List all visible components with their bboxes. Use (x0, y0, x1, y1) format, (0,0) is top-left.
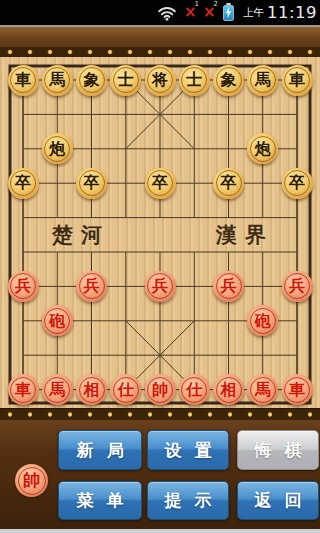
piece-char: 象 (221, 72, 237, 88)
piece-red-soldier[interactable]: 兵 (76, 271, 107, 302)
piece-char: 馬 (255, 72, 271, 88)
piece-char: 卒 (221, 175, 237, 191)
piece-black-soldier[interactable]: 卒 (282, 168, 313, 199)
piece-red-advisor[interactable]: 仕 (110, 374, 141, 405)
piece-black-chariot[interactable]: 車 (8, 65, 39, 96)
piece-char: 車 (15, 382, 31, 398)
piece-red-horse[interactable]: 馬 (247, 374, 278, 405)
piece-black-advisor[interactable]: 士 (110, 65, 141, 96)
piece-char: 兵 (289, 278, 305, 294)
piece-char: 車 (289, 72, 305, 88)
piece-red-cannon[interactable]: 砲 (42, 305, 73, 336)
app-screen: × 1 × 2 上午 11:19 楚河 漢界 車馬象士将士象馬車炮炮卒卒卒卒卒兵… (0, 0, 320, 533)
piece-char: 兵 (15, 278, 31, 294)
piece-char: 兵 (152, 278, 168, 294)
piece-black-horse[interactable]: 馬 (247, 65, 278, 96)
piece-char: 馬 (255, 382, 271, 398)
piece-char: 車 (289, 382, 305, 398)
piece-red-chariot[interactable]: 車 (8, 374, 39, 405)
piece-red-soldier[interactable]: 兵 (282, 271, 313, 302)
piece-char: 卒 (84, 175, 100, 191)
status-clock: 上午 11:19 (243, 3, 317, 22)
piece-red-horse[interactable]: 馬 (42, 374, 73, 405)
piece-char: 卒 (289, 175, 305, 191)
piece-red-soldier[interactable]: 兵 (145, 271, 176, 302)
piece-char: 馬 (49, 72, 65, 88)
piece-char: 士 (186, 72, 202, 88)
clock-period: 上午 (243, 6, 264, 20)
piece-char: 車 (15, 72, 31, 88)
battery-charging-icon (223, 5, 234, 21)
piece-red-advisor[interactable]: 仕 (179, 374, 210, 405)
piece-char: 仕 (186, 382, 202, 398)
piece-char: 炮 (255, 141, 271, 157)
settings-button[interactable]: 设置 (147, 430, 229, 470)
piece-black-soldier[interactable]: 卒 (76, 168, 107, 199)
piece-red-general[interactable]: 帥 (145, 374, 176, 405)
piece-black-elephant[interactable]: 象 (213, 65, 244, 96)
piece-char: 仕 (118, 382, 134, 398)
back-button[interactable]: 返回 (237, 481, 319, 520)
frame-studs-bottom (0, 408, 320, 420)
piece-red-cannon[interactable]: 砲 (247, 305, 278, 336)
piece-red-elephant[interactable]: 相 (213, 374, 244, 405)
piece-char: 将 (152, 72, 168, 88)
piece-black-soldier[interactable]: 卒 (145, 168, 176, 199)
clock-time: 11:19 (267, 3, 317, 22)
status-bar: × 1 × 2 上午 11:19 (0, 0, 320, 25)
piece-char: 兵 (84, 278, 100, 294)
turn-indicator-char: 帥 (23, 472, 40, 489)
piece-black-horse[interactable]: 馬 (42, 65, 73, 96)
board-frame-top (0, 25, 320, 57)
turn-indicator-piece: 帥 (15, 464, 48, 497)
sim1-no-signal-icon: × 1 (184, 5, 196, 20)
piece-black-chariot[interactable]: 車 (282, 65, 313, 96)
piece-black-cannon[interactable]: 炮 (247, 133, 278, 164)
menu-button[interactable]: 菜单 (58, 481, 142, 520)
piece-char: 兵 (221, 278, 237, 294)
undo-button[interactable]: 悔棋 (237, 430, 319, 470)
piece-char: 士 (118, 72, 134, 88)
piece-char: 相 (221, 382, 237, 398)
wifi-icon (157, 5, 177, 21)
hint-button[interactable]: 提示 (147, 481, 229, 520)
piece-char: 砲 (255, 313, 271, 329)
piece-char: 卒 (152, 175, 168, 191)
piece-black-general[interactable]: 将 (145, 65, 176, 96)
new-game-button[interactable]: 新局 (58, 430, 142, 470)
piece-char: 卒 (15, 175, 31, 191)
piece-red-soldier[interactable]: 兵 (213, 271, 244, 302)
piece-char: 象 (84, 72, 100, 88)
piece-black-advisor[interactable]: 士 (179, 65, 210, 96)
piece-red-soldier[interactable]: 兵 (8, 271, 39, 302)
xiangqi-board[interactable]: 楚河 漢界 車馬象士将士象馬車炮炮卒卒卒卒卒兵兵兵兵兵砲砲車馬相仕帥仕相馬車 (0, 57, 320, 408)
pieces-layer: 車馬象士将士象馬車炮炮卒卒卒卒卒兵兵兵兵兵砲砲車馬相仕帥仕相馬車 (0, 57, 320, 408)
sim2-badge: 2 (213, 1, 217, 8)
piece-black-soldier[interactable]: 卒 (8, 168, 39, 199)
frame-studs-top (0, 47, 320, 57)
bottom-edge-strip (0, 529, 320, 533)
piece-char: 砲 (49, 313, 65, 329)
sim2-no-signal-icon: × 2 (203, 5, 215, 20)
piece-black-elephant[interactable]: 象 (76, 65, 107, 96)
piece-red-chariot[interactable]: 車 (282, 374, 313, 405)
control-panel: 帥 新局 设置 悔棋 菜单 提示 返回 (0, 420, 320, 529)
piece-char: 馬 (49, 382, 65, 398)
piece-red-elephant[interactable]: 相 (76, 374, 107, 405)
piece-char: 帥 (152, 382, 168, 398)
sim1-badge: 1 (194, 1, 198, 8)
piece-black-soldier[interactable]: 卒 (213, 168, 244, 199)
piece-char: 相 (84, 382, 100, 398)
piece-black-cannon[interactable]: 炮 (42, 133, 73, 164)
piece-char: 炮 (49, 141, 65, 157)
